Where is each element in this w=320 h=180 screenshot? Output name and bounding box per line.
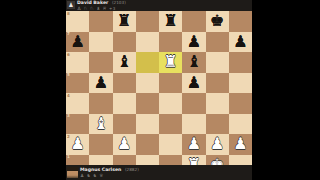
piece-white-pawn: ♟	[206, 134, 229, 155]
square-g4[interactable]	[206, 93, 229, 114]
square-d2[interactable]	[136, 134, 159, 155]
square-b4[interactable]	[89, 93, 112, 114]
square-a6[interactable]: 6	[66, 52, 89, 73]
square-f3[interactable]	[182, 114, 205, 135]
piece-black-rook: ♜	[159, 11, 182, 32]
square-b5[interactable]: ♟	[89, 73, 112, 94]
rank-label-3: 3	[67, 114, 70, 118]
top-captured-pieces: ♙ ♘ ♘ ♗ ♕	[77, 6, 107, 11]
piece-black-rook: ♜	[113, 11, 136, 32]
square-g6[interactable]	[206, 52, 229, 73]
top-player-name[interactable]: David Baker	[77, 0, 108, 5]
bottom-player-bar: Magnus Carlsen (2882) ♟ ♞ ♞ ♛	[66, 165, 252, 180]
chess-app-content: ♟ David Baker (2103) ♙ ♘ ♘ ♗ ♕ +3 8♜♜♚7♟…	[66, 0, 252, 180]
piece-black-pawn: ♟	[89, 73, 112, 94]
square-b8[interactable]	[89, 11, 112, 32]
square-h8[interactable]	[229, 11, 252, 32]
square-b6[interactable]	[89, 52, 112, 73]
square-f5[interactable]: ♟	[182, 73, 205, 94]
square-d8[interactable]	[136, 11, 159, 32]
square-b7[interactable]	[89, 32, 112, 53]
square-f8[interactable]	[182, 11, 205, 32]
square-f6[interactable]: ♝	[182, 52, 205, 73]
square-e5[interactable]	[159, 73, 182, 94]
square-f4[interactable]	[182, 93, 205, 114]
rank-label-1: 1	[67, 155, 70, 159]
rank-label-2: 2	[67, 135, 70, 139]
square-g2[interactable]: ♟	[206, 134, 229, 155]
square-h6[interactable]	[229, 52, 252, 73]
square-c4[interactable]	[113, 93, 136, 114]
video-frame: ♟ David Baker (2103) ♙ ♘ ♘ ♗ ♕ +3 8♜♜♚7♟…	[0, 0, 320, 180]
rank-label-4: 4	[67, 94, 70, 98]
square-h2[interactable]: ♟	[229, 134, 252, 155]
square-f2[interactable]: ♟	[182, 134, 205, 155]
top-material-advantage: +3	[109, 6, 116, 11]
square-a3[interactable]: 3	[66, 114, 89, 135]
rank-label-6: 6	[67, 53, 70, 57]
bottom-player-name[interactable]: Magnus Carlsen	[80, 167, 121, 172]
top-player-bar: ♟ David Baker (2103) ♙ ♘ ♘ ♗ ♕ +3	[66, 0, 252, 11]
square-d6[interactable]	[136, 52, 159, 73]
bottom-player-avatar[interactable]	[67, 167, 78, 178]
square-h7[interactable]: ♟	[229, 32, 252, 53]
square-b3[interactable]: ♝	[89, 114, 112, 135]
piece-white-rook: ♜	[159, 52, 182, 73]
rank-label-7: 7	[67, 32, 70, 36]
piece-white-pawn: ♟	[113, 134, 136, 155]
square-h5[interactable]	[229, 73, 252, 94]
piece-white-pawn: ♟	[66, 134, 89, 155]
rank-label-8: 8	[67, 12, 70, 16]
top-player-rating: (2103)	[112, 0, 126, 5]
piece-white-bishop: ♝	[89, 114, 112, 135]
square-e6[interactable]: ♜	[159, 52, 182, 73]
piece-black-bishop: ♝	[182, 52, 205, 73]
square-g8[interactable]: ♚	[206, 11, 229, 32]
piece-black-pawn: ♟	[182, 73, 205, 94]
square-c7[interactable]	[113, 32, 136, 53]
square-h3[interactable]	[229, 114, 252, 135]
square-d3[interactable]	[136, 114, 159, 135]
chess-board[interactable]: 8♜♜♚7♟♟♟6♝♜♝5♟♟43♝2♟♟♟♟♟1abcdef♜g♚h	[66, 11, 252, 175]
piece-white-pawn: ♟	[182, 134, 205, 155]
square-b2[interactable]	[89, 134, 112, 155]
square-c2[interactable]: ♟	[113, 134, 136, 155]
square-e8[interactable]: ♜	[159, 11, 182, 32]
piece-black-pawn: ♟	[66, 32, 89, 53]
rank-label-5: 5	[67, 73, 70, 77]
square-c6[interactable]: ♝	[113, 52, 136, 73]
square-e3[interactable]	[159, 114, 182, 135]
square-f7[interactable]: ♟	[182, 32, 205, 53]
piece-black-bishop: ♝	[113, 52, 136, 73]
square-d5[interactable]	[136, 73, 159, 94]
square-d4[interactable]	[136, 93, 159, 114]
square-a7[interactable]: 7♟	[66, 32, 89, 53]
square-g3[interactable]	[206, 114, 229, 135]
square-a8[interactable]: 8	[66, 11, 89, 32]
square-a4[interactable]: 4	[66, 93, 89, 114]
top-player-avatar[interactable]: ♟	[67, 1, 75, 9]
square-e2[interactable]	[159, 134, 182, 155]
square-e7[interactable]	[159, 32, 182, 53]
square-c3[interactable]	[113, 114, 136, 135]
square-c8[interactable]: ♜	[113, 11, 136, 32]
piece-black-pawn: ♟	[229, 32, 252, 53]
piece-black-king: ♚	[206, 11, 229, 32]
square-g5[interactable]	[206, 73, 229, 94]
piece-black-pawn: ♟	[182, 32, 205, 53]
square-c5[interactable]	[113, 73, 136, 94]
square-a2[interactable]: 2♟	[66, 134, 89, 155]
piece-white-pawn: ♟	[229, 134, 252, 155]
square-a5[interactable]: 5	[66, 73, 89, 94]
square-e4[interactable]	[159, 93, 182, 114]
square-h4[interactable]	[229, 93, 252, 114]
bottom-captured-pieces: ♟ ♞ ♞ ♛	[80, 173, 104, 178]
square-g7[interactable]	[206, 32, 229, 53]
bottom-player-rating: (2882)	[125, 167, 139, 172]
square-d7[interactable]	[136, 32, 159, 53]
